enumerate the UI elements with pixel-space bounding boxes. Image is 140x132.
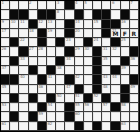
grid-cell[interactable] bbox=[121, 112, 130, 121]
grid-cell[interactable] bbox=[19, 122, 28, 131]
clue-number: 54 bbox=[47, 103, 52, 107]
grid-cell[interactable] bbox=[84, 66, 93, 75]
grid-cell[interactable] bbox=[10, 1, 19, 10]
black-cell bbox=[111, 103, 120, 112]
grid-cell[interactable]: 39 bbox=[121, 66, 130, 75]
grid-cell[interactable] bbox=[56, 47, 65, 56]
clue-number: 38 bbox=[57, 66, 62, 70]
clue-number: 31 bbox=[103, 47, 108, 51]
grid-cell[interactable]: 40 bbox=[19, 75, 28, 84]
clue-number: 35 bbox=[103, 57, 108, 61]
clue-number: 51 bbox=[75, 94, 80, 98]
black-cell bbox=[121, 85, 130, 94]
clue-number: 13 bbox=[47, 20, 52, 24]
grid-cell[interactable]: 17 bbox=[1, 29, 10, 38]
grid-cell[interactable] bbox=[84, 75, 93, 84]
grid-cell[interactable]: 45 bbox=[1, 85, 10, 94]
black-cell bbox=[10, 75, 19, 84]
grid-cell[interactable] bbox=[38, 1, 47, 10]
grid-cell[interactable] bbox=[19, 103, 28, 112]
clue-number: 16 bbox=[121, 20, 126, 24]
clue-number: 28 bbox=[38, 47, 43, 51]
grid-cell[interactable]: 28 bbox=[38, 47, 47, 56]
clue-number: 17 bbox=[2, 29, 7, 33]
black-cell bbox=[38, 38, 47, 47]
grid-cell[interactable] bbox=[29, 38, 38, 47]
grid-cell[interactable]: 15 bbox=[93, 20, 102, 29]
grid-cell[interactable]: 23 bbox=[65, 38, 74, 47]
clue-number: 29 bbox=[75, 47, 80, 51]
black-cell bbox=[10, 112, 19, 121]
grid-cell[interactable] bbox=[19, 29, 28, 38]
grid-cell[interactable] bbox=[111, 57, 120, 66]
grid-cell[interactable] bbox=[111, 10, 120, 19]
grid-cell[interactable]: 46 bbox=[38, 85, 47, 94]
black-cell bbox=[130, 75, 139, 84]
grid-cell[interactable] bbox=[84, 10, 93, 19]
clue-number: 52 bbox=[93, 94, 98, 98]
black-cell bbox=[56, 38, 65, 47]
black-cell bbox=[10, 57, 19, 66]
grid-cell[interactable] bbox=[1, 38, 10, 47]
grid-cell[interactable]: 24 bbox=[93, 38, 102, 47]
clue-number: 26 bbox=[2, 47, 7, 51]
filled-letter: F bbox=[121, 29, 129, 37]
black-cell bbox=[102, 10, 111, 19]
clue-number: 46 bbox=[38, 85, 43, 89]
black-cell bbox=[111, 122, 120, 131]
black-cell bbox=[29, 20, 38, 29]
black-cell bbox=[75, 122, 84, 131]
grid-cell[interactable]: 14 bbox=[75, 20, 84, 29]
clue-number: 45 bbox=[2, 85, 7, 89]
grid-cell[interactable] bbox=[84, 57, 93, 66]
grid-cell[interactable] bbox=[29, 103, 38, 112]
clue-number: 47 bbox=[66, 85, 71, 89]
grid-cell[interactable] bbox=[29, 85, 38, 94]
black-cell bbox=[111, 66, 120, 75]
clue-number: 34 bbox=[66, 57, 71, 61]
black-cell bbox=[29, 112, 38, 121]
clue-number: 60 bbox=[75, 112, 80, 116]
grid-cell[interactable] bbox=[130, 38, 139, 47]
grid-cell[interactable] bbox=[65, 94, 74, 103]
grid-cell[interactable] bbox=[1, 10, 10, 19]
grid-cell[interactable] bbox=[38, 94, 47, 103]
black-cell bbox=[65, 75, 74, 84]
black-cell bbox=[10, 94, 19, 103]
grid-cell[interactable]: 53 bbox=[1, 103, 10, 112]
grid-cell[interactable] bbox=[56, 122, 65, 131]
grid-cell[interactable]: 26 bbox=[1, 47, 10, 56]
grid-cell[interactable]: 32 bbox=[111, 47, 120, 56]
clue-number: 62 bbox=[47, 122, 52, 126]
grid-cell[interactable] bbox=[56, 112, 65, 121]
grid-cell[interactable] bbox=[56, 20, 65, 29]
grid-cell[interactable]: 48 bbox=[102, 85, 111, 94]
grid-cell[interactable]: 51 bbox=[75, 94, 84, 103]
grid-cell[interactable] bbox=[102, 1, 111, 10]
grid-cell[interactable] bbox=[10, 47, 19, 56]
grid-cell[interactable] bbox=[75, 66, 84, 75]
grid-cell[interactable]: 4 bbox=[75, 1, 84, 10]
grid-cell[interactable] bbox=[93, 1, 102, 10]
clue-number: 8 bbox=[57, 10, 59, 14]
clue-number: 6 bbox=[112, 1, 114, 5]
grid-cell[interactable]: 50 bbox=[56, 94, 65, 103]
grid-cell[interactable] bbox=[56, 29, 65, 38]
clue-number: 49 bbox=[130, 85, 135, 89]
black-cell bbox=[93, 122, 102, 131]
clue-number: 4 bbox=[75, 1, 77, 5]
grid-cell[interactable]: 54 bbox=[47, 103, 56, 112]
clue-number: 59 bbox=[38, 112, 43, 116]
black-cell bbox=[47, 66, 56, 75]
black-cell bbox=[47, 94, 56, 103]
grid-cell[interactable]: 22 bbox=[19, 38, 28, 47]
clue-number: 3 bbox=[57, 1, 59, 5]
grid-cell[interactable] bbox=[130, 112, 139, 121]
clue-number: 5 bbox=[84, 1, 86, 5]
grid-cell[interactable] bbox=[102, 112, 111, 121]
black-cell bbox=[121, 94, 130, 103]
grid-cell[interactable] bbox=[10, 103, 19, 112]
grid-cell[interactable]: 16 bbox=[121, 20, 130, 29]
grid-cell[interactable] bbox=[121, 47, 130, 56]
black-cell bbox=[75, 85, 84, 94]
grid-cell[interactable]: 58 bbox=[121, 103, 130, 112]
grid-cell[interactable]: 36 bbox=[130, 57, 139, 66]
clue-number: 1 bbox=[2, 1, 4, 5]
grid-cell[interactable] bbox=[130, 20, 139, 29]
grid-cell[interactable] bbox=[130, 122, 139, 131]
grid-cell[interactable]: 9 bbox=[1, 20, 10, 29]
clue-number: 18 bbox=[29, 29, 34, 33]
black-cell bbox=[65, 29, 74, 38]
grid-cell[interactable] bbox=[29, 10, 38, 19]
black-cell bbox=[65, 112, 74, 121]
grid-cell[interactable]: 33 bbox=[19, 57, 28, 66]
black-cell bbox=[93, 85, 102, 94]
grid-cell[interactable] bbox=[10, 29, 19, 38]
black-cell bbox=[93, 75, 102, 84]
grid-cell[interactable] bbox=[19, 94, 28, 103]
black-cell bbox=[19, 47, 28, 56]
grid-cell[interactable] bbox=[19, 85, 28, 94]
grid-cell[interactable] bbox=[56, 75, 65, 84]
grid-cell[interactable] bbox=[56, 85, 65, 94]
black-cell bbox=[75, 10, 84, 19]
grid-cell[interactable] bbox=[84, 20, 93, 29]
grid-cell[interactable]: 6 bbox=[111, 1, 120, 10]
clue-number: 56 bbox=[84, 103, 89, 107]
grid-cell[interactable] bbox=[10, 85, 19, 94]
grid-cell[interactable]: 37 bbox=[1, 66, 10, 75]
grid-cell[interactable] bbox=[47, 47, 56, 56]
grid-cell[interactable] bbox=[121, 1, 130, 10]
grid-cell[interactable]: 1 bbox=[1, 1, 10, 10]
clue-number: 30 bbox=[84, 47, 89, 51]
grid-cell[interactable]: 3 bbox=[56, 1, 65, 10]
grid-cell[interactable] bbox=[47, 57, 56, 66]
grid-cell[interactable]: 61 bbox=[1, 122, 10, 131]
crossword-grid: 123456789101112131415161718192021MFR2223… bbox=[0, 0, 140, 132]
grid-cell[interactable] bbox=[19, 112, 28, 121]
black-cell bbox=[102, 94, 111, 103]
grid-cell[interactable]: 59 bbox=[38, 112, 47, 121]
grid-cell[interactable] bbox=[29, 75, 38, 84]
clue-number: 57 bbox=[103, 103, 108, 107]
grid-cell[interactable]: 35 bbox=[102, 57, 111, 66]
clue-number: 61 bbox=[2, 122, 7, 126]
grid-cell[interactable] bbox=[130, 10, 139, 19]
grid-cell[interactable]: 55 bbox=[75, 103, 84, 112]
black-cell bbox=[38, 10, 47, 19]
black-cell bbox=[93, 66, 102, 75]
grid-cell[interactable] bbox=[19, 66, 28, 75]
grid-cell[interactable]: 34 bbox=[65, 57, 74, 66]
grid-cell[interactable]: 42 bbox=[75, 75, 84, 84]
grid-cell[interactable]: 12 bbox=[38, 20, 47, 29]
black-cell bbox=[65, 20, 74, 29]
black-cell bbox=[29, 94, 38, 103]
grid-cell[interactable] bbox=[10, 66, 19, 75]
grid-cell[interactable] bbox=[38, 57, 47, 66]
grid-cell[interactable]: 25 bbox=[121, 38, 130, 47]
grid-cell[interactable] bbox=[111, 85, 120, 94]
clue-number: 32 bbox=[112, 47, 117, 51]
grid-cell[interactable] bbox=[1, 112, 10, 121]
black-cell bbox=[29, 66, 38, 75]
clue-number: 41 bbox=[47, 75, 52, 79]
grid-cell[interactable] bbox=[121, 75, 130, 84]
grid-cell[interactable]: 5 bbox=[84, 1, 93, 10]
black-cell bbox=[84, 38, 93, 47]
grid-cell[interactable]: F bbox=[121, 29, 130, 38]
clue-number: 2 bbox=[29, 1, 31, 5]
clue-number: 20 bbox=[75, 29, 80, 33]
black-cell bbox=[38, 122, 47, 131]
black-cell bbox=[121, 57, 130, 66]
black-cell bbox=[65, 1, 74, 10]
filled-letter: R bbox=[130, 29, 138, 37]
grid-cell[interactable] bbox=[111, 112, 120, 121]
grid-cell[interactable] bbox=[38, 66, 47, 75]
black-cell bbox=[121, 10, 130, 19]
grid-cell[interactable]: 7 bbox=[130, 1, 139, 10]
grid-cell[interactable] bbox=[102, 38, 111, 47]
grid-cell[interactable]: 13 bbox=[47, 20, 56, 29]
grid-cell[interactable]: 41 bbox=[47, 75, 56, 84]
black-cell bbox=[93, 47, 102, 56]
grid-cell[interactable] bbox=[47, 1, 56, 10]
grid-cell[interactable]: 21M bbox=[111, 29, 120, 38]
clue-number: 42 bbox=[75, 75, 80, 79]
clue-number: 7 bbox=[130, 1, 132, 5]
grid-cell[interactable] bbox=[102, 122, 111, 131]
clue-number: 63 bbox=[121, 122, 126, 126]
grid-cell[interactable] bbox=[1, 57, 10, 66]
grid-cell[interactable]: 38 bbox=[56, 66, 65, 75]
clue-number: 14 bbox=[75, 20, 80, 24]
clue-number: 11 bbox=[20, 20, 25, 24]
black-cell bbox=[10, 10, 19, 19]
black-cell bbox=[93, 57, 102, 66]
grid-cell[interactable]: 44 bbox=[111, 75, 120, 84]
clue-number: 39 bbox=[121, 66, 126, 70]
black-cell bbox=[10, 38, 19, 47]
grid-cell[interactable] bbox=[29, 57, 38, 66]
grid-cell[interactable] bbox=[65, 10, 74, 19]
grid-cell[interactable]: 56 bbox=[84, 103, 93, 112]
clue-number: 43 bbox=[103, 75, 108, 79]
grid-cell[interactable]: 43 bbox=[102, 75, 111, 84]
grid-cell[interactable] bbox=[84, 29, 93, 38]
grid-cell[interactable] bbox=[47, 38, 56, 47]
clue-number: 15 bbox=[93, 20, 98, 24]
grid-cell[interactable] bbox=[84, 122, 93, 131]
grid-cell[interactable]: 62 bbox=[47, 122, 56, 131]
black-cell bbox=[130, 47, 139, 56]
clue-number: 23 bbox=[66, 38, 71, 42]
clue-number: 9 bbox=[2, 20, 4, 24]
clue-number: 24 bbox=[93, 38, 98, 42]
black-cell bbox=[84, 94, 93, 103]
grid-cell[interactable]: 47 bbox=[65, 85, 74, 94]
grid-cell[interactable] bbox=[19, 1, 28, 10]
grid-cell[interactable]: R bbox=[130, 29, 139, 38]
clue-number: 22 bbox=[20, 38, 25, 42]
clue-number: 53 bbox=[2, 103, 7, 107]
clue-number: 25 bbox=[121, 38, 126, 42]
grid-cell[interactable] bbox=[84, 112, 93, 121]
black-cell bbox=[56, 57, 65, 66]
grid-cell[interactable] bbox=[10, 122, 19, 131]
grid-cell[interactable]: 29 bbox=[75, 47, 84, 56]
grid-cell[interactable]: 20 bbox=[75, 29, 84, 38]
grid-cell[interactable] bbox=[1, 94, 10, 103]
grid-cell[interactable] bbox=[65, 122, 74, 131]
grid-cell[interactable]: 10 bbox=[10, 20, 19, 29]
grid-cell[interactable]: 52 bbox=[93, 94, 102, 103]
grid-cell[interactable] bbox=[84, 85, 93, 94]
grid-cell[interactable]: 27 bbox=[29, 47, 38, 56]
clue-number: 44 bbox=[112, 75, 117, 79]
grid-cell[interactable]: 60 bbox=[75, 112, 84, 121]
grid-cell[interactable] bbox=[111, 94, 120, 103]
grid-cell[interactable]: 49 bbox=[130, 85, 139, 94]
grid-cell[interactable] bbox=[93, 112, 102, 121]
clue-number: 12 bbox=[38, 20, 43, 24]
clue-number: 40 bbox=[20, 75, 25, 79]
black-cell bbox=[111, 38, 120, 47]
grid-cell[interactable]: 57 bbox=[102, 103, 111, 112]
clue-number: 50 bbox=[57, 94, 62, 98]
grid-cell[interactable] bbox=[75, 57, 84, 66]
grid-cell[interactable]: 18 bbox=[29, 29, 38, 38]
grid-cell[interactable]: 11 bbox=[19, 20, 28, 29]
grid-cell[interactable]: 31 bbox=[102, 47, 111, 56]
black-cell bbox=[38, 29, 47, 38]
clue-number: 33 bbox=[20, 57, 25, 61]
black-cell bbox=[102, 20, 111, 29]
grid-cell[interactable]: 30 bbox=[84, 47, 93, 56]
grid-cell[interactable] bbox=[47, 112, 56, 121]
grid-cell[interactable] bbox=[102, 66, 111, 75]
black-cell bbox=[93, 10, 102, 19]
clue-number: 10 bbox=[11, 20, 16, 24]
clue-number: 19 bbox=[47, 29, 52, 33]
grid-cell[interactable]: 63 bbox=[121, 122, 130, 131]
black-cell bbox=[111, 20, 120, 29]
grid-cell[interactable]: 19 bbox=[47, 29, 56, 38]
filled-letter: M bbox=[111, 29, 119, 37]
clue-number: 36 bbox=[130, 57, 135, 61]
clue-number: 21 bbox=[112, 29, 117, 33]
grid-cell[interactable] bbox=[130, 103, 139, 112]
grid-cell[interactable] bbox=[130, 66, 139, 75]
black-cell bbox=[19, 10, 28, 19]
grid-cell[interactable]: 8 bbox=[56, 10, 65, 19]
clue-number: 48 bbox=[103, 85, 108, 89]
grid-cell[interactable] bbox=[75, 38, 84, 47]
black-cell bbox=[65, 47, 74, 56]
clue-number: 27 bbox=[29, 47, 34, 51]
grid-cell[interactable]: 2 bbox=[29, 1, 38, 10]
grid-cell[interactable] bbox=[65, 66, 74, 75]
clue-number: 58 bbox=[121, 103, 126, 107]
grid-cell[interactable] bbox=[29, 122, 38, 131]
grid-cell[interactable] bbox=[130, 94, 139, 103]
black-cell bbox=[38, 75, 47, 84]
grid-cell[interactable] bbox=[93, 103, 102, 112]
clue-number: 55 bbox=[75, 103, 80, 107]
grid-cell[interactable] bbox=[93, 29, 102, 38]
black-cell bbox=[102, 29, 111, 38]
clue-number: 37 bbox=[2, 66, 7, 70]
grid-cell[interactable] bbox=[56, 103, 65, 112]
black-cell bbox=[38, 103, 47, 112]
grid-cell[interactable] bbox=[47, 85, 56, 94]
black-cell bbox=[65, 103, 74, 112]
black-cell bbox=[1, 75, 10, 84]
black-cell bbox=[47, 10, 56, 19]
